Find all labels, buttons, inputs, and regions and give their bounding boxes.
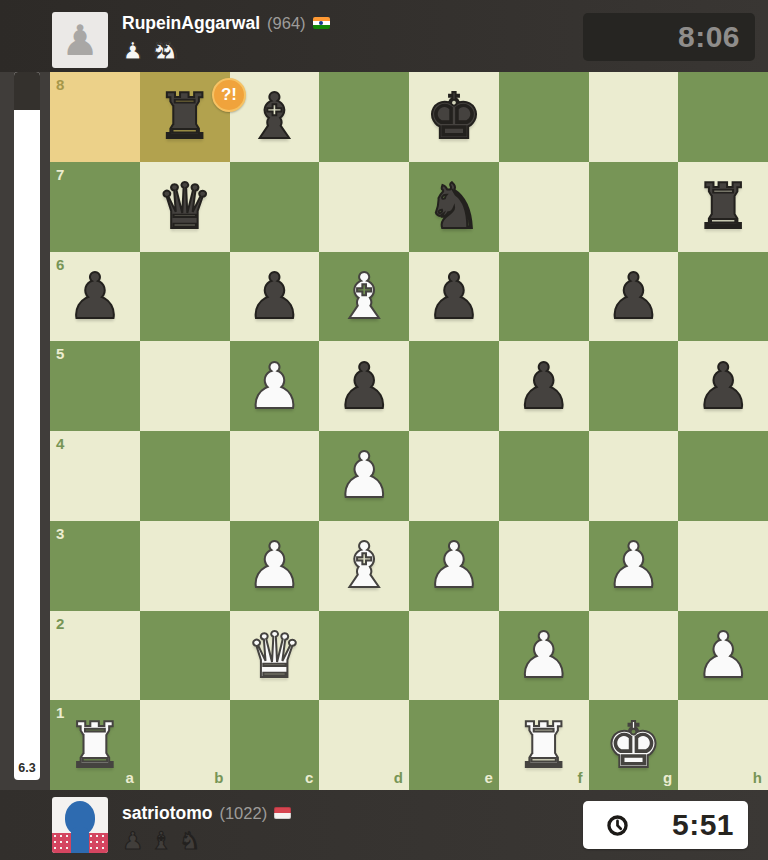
square-a7[interactable]: 7 (50, 162, 140, 252)
square-d6[interactable]: ♝ (319, 252, 409, 342)
coord-rank-7: 7 (56, 167, 64, 182)
clock-icon (605, 813, 630, 838)
square-g7[interactable] (589, 162, 679, 252)
piece-bP-g6[interactable]: ♟ (589, 252, 679, 342)
top-player-username[interactable]: RupeinAggarwal (122, 13, 260, 34)
square-c6[interactable]: ♟ (230, 252, 320, 342)
bottom-player-rating: (1022) (219, 804, 267, 823)
person-avatar-icon (52, 797, 108, 853)
piece-wP-f2[interactable]: ♟ (499, 611, 589, 701)
piece-bP-f5[interactable]: ♟ (499, 341, 589, 431)
top-clock-time: 8:06 (678, 20, 755, 54)
piece-wR-a1[interactable]: ♜ (50, 700, 140, 790)
piece-wP-c5[interactable]: ♟ (230, 341, 320, 431)
square-h4[interactable] (678, 431, 768, 521)
top-player-captured-pieces: ♟♞♞ (122, 38, 330, 64)
india-flag-icon (313, 17, 330, 29)
square-c7[interactable] (230, 162, 320, 252)
captured-bB-icon: ♝ (151, 828, 173, 854)
square-e6[interactable]: ♟ (409, 252, 499, 342)
piece-wP-g3[interactable]: ♟ (589, 521, 679, 611)
square-c4[interactable] (230, 431, 320, 521)
square-h1[interactable]: h (678, 700, 768, 790)
square-g1[interactable]: g♚ (589, 700, 679, 790)
square-g4[interactable] (589, 431, 679, 521)
square-a5[interactable]: 5 (50, 341, 140, 431)
square-c5[interactable]: ♟ (230, 341, 320, 431)
coord-rank-2: 2 (56, 616, 64, 631)
piece-wB-d6[interactable]: ♝ (319, 252, 409, 342)
square-d8[interactable] (319, 72, 409, 162)
square-f1[interactable]: f♜ (499, 700, 589, 790)
top-player-rating: (964) (267, 14, 306, 33)
square-b6[interactable] (140, 252, 230, 342)
square-a6[interactable]: 6♟ (50, 252, 140, 342)
piece-wB-d3[interactable]: ♝ (319, 521, 409, 611)
captured-bN-icon: ♞ (179, 828, 201, 854)
square-h3[interactable] (678, 521, 768, 611)
inaccuracy-badge: ?! (212, 78, 246, 112)
square-d1[interactable]: d (319, 700, 409, 790)
square-b5[interactable] (140, 341, 230, 431)
square-h5[interactable]: ♟ (678, 341, 768, 431)
bottom-player-username[interactable]: satriotomo (122, 803, 212, 824)
coord-file-h: h (753, 770, 762, 785)
square-b4[interactable] (140, 431, 230, 521)
square-g3[interactable]: ♟ (589, 521, 679, 611)
coord-rank-8: 8 (56, 77, 64, 92)
piece-bP-e6[interactable]: ♟ (409, 252, 499, 342)
square-g6[interactable]: ♟ (589, 252, 679, 342)
square-d2[interactable] (319, 611, 409, 701)
bottom-player-avatar[interactable] (52, 797, 108, 853)
square-f5[interactable]: ♟ (499, 341, 589, 431)
indonesia-flag-icon (274, 807, 291, 819)
piece-bK-e8[interactable]: ♚ (409, 72, 499, 162)
square-f2[interactable]: ♟ (499, 611, 589, 701)
coord-file-d: d (394, 770, 403, 785)
coord-file-b: b (214, 770, 223, 785)
evaluation-black-portion (14, 72, 40, 110)
piece-wP-e3[interactable]: ♟ (409, 521, 499, 611)
chess-game-screen: ♟ RupeinAggarwal (964) ♟♞♞ 8:06 6.3 8♜♝♚… (0, 0, 768, 860)
top-player-avatar[interactable]: ♟ (52, 12, 108, 68)
piece-bP-h5[interactable]: ♟ (678, 341, 768, 431)
evaluation-bar: 6.3 (14, 72, 40, 780)
piece-wP-c3[interactable]: ♟ (230, 521, 320, 611)
evaluation-score: 6.3 (14, 761, 40, 775)
square-d5[interactable]: ♟ (319, 341, 409, 431)
square-a2[interactable]: 2 (50, 611, 140, 701)
square-h2[interactable]: ♟ (678, 611, 768, 701)
square-g2[interactable] (589, 611, 679, 701)
square-h6[interactable] (678, 252, 768, 342)
pawn-avatar-icon: ♟ (52, 12, 108, 68)
square-c1[interactable]: c (230, 700, 320, 790)
square-h7[interactable]: ♜ (678, 162, 768, 252)
piece-wP-h2[interactable]: ♟ (678, 611, 768, 701)
piece-bP-a6[interactable]: ♟ (50, 252, 140, 342)
square-e7[interactable]: ♞ (409, 162, 499, 252)
top-player-bar: ♟ RupeinAggarwal (964) ♟♞♞ 8:06 (0, 0, 768, 72)
square-b3[interactable] (140, 521, 230, 611)
coord-rank-5: 5 (56, 346, 64, 361)
captured-wP-icon: ♟ (122, 38, 144, 64)
coord-rank-4: 4 (56, 436, 64, 451)
square-c3[interactable]: ♟ (230, 521, 320, 611)
square-d4[interactable]: ♟ (319, 431, 409, 521)
square-g8[interactable] (589, 72, 679, 162)
bottom-player-clock: 5:51 (583, 801, 748, 849)
captured-bP-icon: ♟ (122, 828, 144, 854)
square-h8[interactable] (678, 72, 768, 162)
coord-file-e: e (484, 770, 492, 785)
captured-wN-icon: ♞ (159, 38, 181, 64)
square-e8[interactable]: ♚ (409, 72, 499, 162)
coord-file-c: c (305, 770, 313, 785)
piece-wQ-c2[interactable]: ♛ (230, 611, 320, 701)
square-b1[interactable]: b (140, 700, 230, 790)
square-d7[interactable] (319, 162, 409, 252)
coord-rank-3: 3 (56, 526, 64, 541)
piece-wP-d4[interactable]: ♟ (319, 431, 409, 521)
piece-bP-d5[interactable]: ♟ (319, 341, 409, 431)
piece-bQ-b7[interactable]: ♛ (140, 162, 230, 252)
square-g5[interactable] (589, 341, 679, 431)
square-f6[interactable] (499, 252, 589, 342)
bottom-clock-time: 5:51 (672, 808, 748, 842)
square-f4[interactable] (499, 431, 589, 521)
square-d3[interactable]: ♝ (319, 521, 409, 611)
square-e5[interactable] (409, 341, 499, 431)
square-b2[interactable] (140, 611, 230, 701)
piece-bP-c6[interactable]: ♟ (230, 252, 320, 342)
square-a3[interactable]: 3 (50, 521, 140, 611)
square-a4[interactable]: 4 (50, 431, 140, 521)
square-f8[interactable] (499, 72, 589, 162)
piece-wR-f1[interactable]: ♜ (499, 700, 589, 790)
square-e4[interactable] (409, 431, 499, 521)
square-a8[interactable]: 8 (50, 72, 140, 162)
square-c2[interactable]: ♛ (230, 611, 320, 701)
square-f7[interactable] (499, 162, 589, 252)
square-e2[interactable] (409, 611, 499, 701)
bottom-player-captured-pieces: ♟♝♞ (122, 828, 291, 854)
bottom-player-bar: satriotomo (1022) ♟♝♞ 5:51 (0, 790, 768, 860)
top-player-clock: 8:06 (583, 13, 755, 61)
piece-bR-h7[interactable]: ♜ (678, 162, 768, 252)
square-b7[interactable]: ♛ (140, 162, 230, 252)
square-a1[interactable]: 1a♜ (50, 700, 140, 790)
piece-wK-g1[interactable]: ♚ (589, 700, 679, 790)
chess-board: 8♜♝♚7♛♞♜6♟♟♝♟♟5♟♟♟♟4♟3♟♝♟♟2♛♟♟1a♜bcdef♜g… (50, 72, 768, 790)
square-e3[interactable]: ♟ (409, 521, 499, 611)
square-f3[interactable] (499, 521, 589, 611)
square-e1[interactable]: e (409, 700, 499, 790)
piece-bN-e7[interactable]: ♞ (409, 162, 499, 252)
